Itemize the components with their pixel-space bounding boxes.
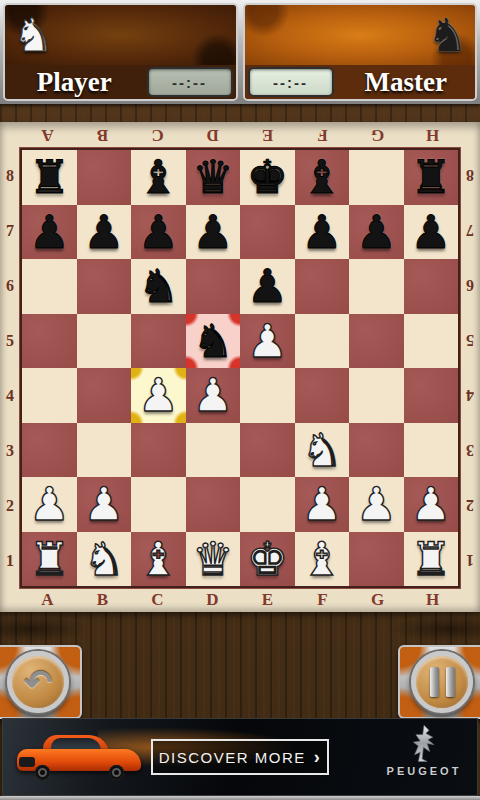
black-rook-a8: ♜ [29, 154, 70, 200]
square-g5[interactable] [349, 314, 404, 369]
undo-icon: ↶ [24, 665, 53, 699]
undo-plate: ↶ [0, 645, 82, 719]
square-a1[interactable]: ♜ [22, 532, 77, 587]
square-g2[interactable]: ♟ [349, 477, 404, 532]
white-knight-f3: ♞ [301, 427, 342, 473]
file-label: D [185, 588, 240, 612]
white-knight-icon: ♞ [7, 5, 59, 65]
rank-label: 1 [460, 533, 480, 588]
black-rook-h8: ♜ [410, 154, 451, 200]
square-e1[interactable]: ♚ [240, 532, 295, 587]
square-h2[interactable]: ♟ [404, 477, 459, 532]
square-g8[interactable] [349, 150, 404, 205]
rank-label: 8 [0, 148, 20, 203]
white-player-clock: --:-- [147, 67, 233, 97]
white-bishop-f1: ♝ [301, 536, 342, 582]
rank-label: 5 [460, 313, 480, 368]
black-pawn-d7: ♟ [192, 209, 233, 255]
square-b6[interactable] [77, 259, 132, 314]
ad-banner[interactable]: DISCOVER MORE › PEUGEOT [2, 718, 478, 796]
rank-label: 2 [0, 478, 20, 533]
square-c5[interactable] [131, 314, 186, 369]
rank-label: 6 [0, 258, 20, 313]
white-queen-d1: ♛ [192, 536, 233, 582]
square-e3[interactable] [240, 423, 295, 478]
square-f5[interactable] [295, 314, 350, 369]
black-player-panel: ♞ --:-- Master [243, 3, 478, 101]
square-c4[interactable]: ♟ [131, 368, 186, 423]
square-d7[interactable]: ♟ [186, 205, 241, 260]
rank-label: 1 [0, 533, 20, 588]
square-h7[interactable]: ♟ [404, 205, 459, 260]
square-f6[interactable] [295, 259, 350, 314]
file-label: G [350, 588, 405, 612]
file-label: D [185, 122, 240, 148]
black-pawn-c7: ♟ [138, 209, 179, 255]
square-c3[interactable] [131, 423, 186, 478]
white-king-e1: ♚ [247, 536, 288, 582]
black-pawn-g7: ♟ [356, 209, 397, 255]
chess-board[interactable]: ♜♝♛♚♝♜♟♟♟♟♟♟♟♞♟♞♟♟♟♞♟♟♟♟♟♜♞♝♛♚♝♜ [20, 148, 460, 588]
chess-app-screen: ♞ Player --:-- ♞ --:-- Master ABCDEFGH 8… [0, 0, 480, 800]
square-e5[interactable]: ♟ [240, 314, 295, 369]
white-rook-a1: ♜ [29, 536, 70, 582]
black-knight-icon: ♞ [421, 5, 473, 65]
black-pawn-a7: ♟ [29, 209, 70, 255]
chevron-right-icon: › [314, 747, 322, 768]
square-b4[interactable] [77, 368, 132, 423]
square-a6[interactable] [22, 259, 77, 314]
file-label: A [20, 122, 75, 148]
black-pawn-f7: ♟ [301, 209, 342, 255]
square-e8[interactable]: ♚ [240, 150, 295, 205]
discover-more-button[interactable]: DISCOVER MORE › [151, 739, 329, 775]
file-label: E [240, 122, 295, 148]
black-queen-d8: ♛ [192, 154, 233, 200]
discover-more-label: DISCOVER MORE [159, 749, 306, 766]
white-pawn-g2: ♟ [356, 481, 397, 527]
square-b7[interactable]: ♟ [77, 205, 132, 260]
white-pawn-b2: ♟ [83, 481, 124, 527]
square-c8[interactable]: ♝ [131, 150, 186, 205]
pause-button[interactable] [411, 651, 473, 713]
square-a7[interactable]: ♟ [22, 205, 77, 260]
square-f3[interactable]: ♞ [295, 423, 350, 478]
white-pawn-c4: ♟ [138, 372, 179, 418]
pause-plate [398, 645, 480, 719]
square-d6[interactable] [186, 259, 241, 314]
white-pawn-a2: ♟ [29, 481, 70, 527]
white-pawn-h2: ♟ [410, 481, 451, 527]
file-label: A [20, 588, 75, 612]
rank-label: 3 [460, 423, 480, 478]
square-f4[interactable] [295, 368, 350, 423]
rank-label: 2 [460, 478, 480, 533]
square-f1[interactable]: ♝ [295, 532, 350, 587]
wood-carving-left [0, 616, 90, 642]
square-g6[interactable] [349, 259, 404, 314]
square-c2[interactable] [131, 477, 186, 532]
square-e4[interactable] [240, 368, 295, 423]
file-label: B [75, 588, 130, 612]
file-label: G [350, 122, 405, 148]
peugeot-wordmark: PEUGEOT [381, 765, 467, 777]
white-player-panel: ♞ Player --:-- [3, 3, 238, 101]
square-g3[interactable] [349, 423, 404, 478]
file-label: E [240, 588, 295, 612]
peugeot-logo: PEUGEOT [381, 725, 467, 777]
square-b2[interactable]: ♟ [77, 477, 132, 532]
rank-labels-right: 87654321 [460, 148, 480, 588]
file-labels-top: ABCDEFGH [20, 122, 460, 148]
white-pawn-e5: ♟ [247, 318, 288, 364]
square-f2[interactable]: ♟ [295, 477, 350, 532]
square-b8[interactable] [77, 150, 132, 205]
rank-label: 3 [0, 423, 20, 478]
square-h5[interactable] [404, 314, 459, 369]
square-d4[interactable]: ♟ [186, 368, 241, 423]
square-a2[interactable]: ♟ [22, 477, 77, 532]
square-d3[interactable] [186, 423, 241, 478]
black-pawn-b7: ♟ [83, 209, 124, 255]
square-e2[interactable] [240, 477, 295, 532]
rank-label: 5 [0, 313, 20, 368]
car-image [17, 735, 157, 781]
file-label: H [405, 122, 460, 148]
black-player-clock: --:-- [248, 67, 334, 97]
square-b3[interactable] [77, 423, 132, 478]
bottom-strip [0, 796, 480, 800]
file-label: B [75, 122, 130, 148]
square-h8[interactable]: ♜ [404, 150, 459, 205]
black-bishop-c8: ♝ [138, 154, 179, 200]
lion-icon [409, 725, 439, 763]
black-knight-d5: ♞ [192, 318, 233, 364]
square-h4[interactable] [404, 368, 459, 423]
black-pawn-e6: ♟ [247, 263, 288, 309]
white-rook-h1: ♜ [410, 536, 451, 582]
square-h6[interactable] [404, 259, 459, 314]
pause-icon [430, 667, 455, 697]
square-d2[interactable] [186, 477, 241, 532]
square-f7[interactable]: ♟ [295, 205, 350, 260]
file-label: H [405, 588, 460, 612]
file-label: F [295, 588, 350, 612]
header: ♞ Player --:-- ♞ --:-- Master [0, 0, 480, 104]
wood-carving-right [390, 616, 480, 642]
rank-label: 8 [460, 148, 480, 203]
square-g7[interactable]: ♟ [349, 205, 404, 260]
square-a5[interactable] [22, 314, 77, 369]
square-c1[interactable]: ♝ [131, 532, 186, 587]
rank-labels-left: 87654321 [0, 148, 20, 588]
rank-label: 7 [460, 203, 480, 258]
board-frame: ABCDEFGH 87654321 ♜♝♛♚♝♜♟♟♟♟♟♟♟♞♟♞♟♟♟♞♟♟… [0, 122, 480, 612]
square-h3[interactable] [404, 423, 459, 478]
white-pawn-f2: ♟ [301, 481, 342, 527]
file-labels-bottom: ABCDEFGH [20, 588, 460, 612]
white-bishop-c1: ♝ [138, 536, 179, 582]
square-e7[interactable] [240, 205, 295, 260]
rank-label: 6 [460, 258, 480, 313]
rank-label: 4 [460, 368, 480, 423]
square-f8[interactable]: ♝ [295, 150, 350, 205]
undo-button[interactable]: ↶ [7, 651, 69, 713]
file-label: F [295, 122, 350, 148]
square-d5[interactable]: ♞ [186, 314, 241, 369]
square-a4[interactable] [22, 368, 77, 423]
square-b1[interactable]: ♞ [77, 532, 132, 587]
square-g4[interactable] [349, 368, 404, 423]
square-d1[interactable]: ♛ [186, 532, 241, 587]
square-e6[interactable]: ♟ [240, 259, 295, 314]
square-b5[interactable] [77, 314, 132, 369]
black-king-e8: ♚ [247, 154, 288, 200]
white-player-name: Player [5, 65, 144, 99]
black-pawn-h7: ♟ [410, 209, 451, 255]
black-bishop-f8: ♝ [301, 154, 342, 200]
black-player-name: Master [337, 65, 476, 99]
square-g1[interactable] [349, 532, 404, 587]
square-d8[interactable]: ♛ [186, 150, 241, 205]
square-a8[interactable]: ♜ [22, 150, 77, 205]
rank-label: 4 [0, 368, 20, 423]
square-a3[interactable] [22, 423, 77, 478]
white-pawn-d4: ♟ [192, 372, 233, 418]
square-c7[interactable]: ♟ [131, 205, 186, 260]
file-label: C [130, 588, 185, 612]
square-c6[interactable]: ♞ [131, 259, 186, 314]
black-knight-c6: ♞ [138, 263, 179, 309]
white-knight-b1: ♞ [83, 536, 124, 582]
file-label: C [130, 122, 185, 148]
rank-label: 7 [0, 203, 20, 258]
square-h1[interactable]: ♜ [404, 532, 459, 587]
